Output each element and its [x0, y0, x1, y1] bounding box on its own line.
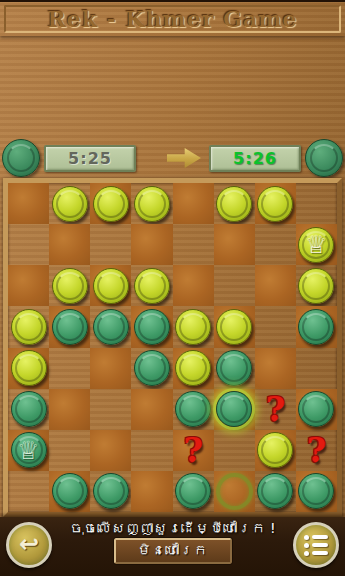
- square-r3c7[interactable]: [255, 265, 296, 306]
- square-r1c4[interactable]: [131, 183, 172, 224]
- square-r4c4[interactable]: [131, 306, 172, 347]
- square-r1c8[interactable]: [296, 183, 337, 224]
- piece-green-king[interactable]: ♕: [11, 432, 47, 468]
- piece-yellow[interactable]: [11, 309, 47, 345]
- square-r6c6[interactable]: [214, 389, 255, 430]
- piece-green[interactable]: [175, 473, 211, 509]
- square-r5c2[interactable]: [49, 348, 90, 389]
- square-r8c6[interactable]: [214, 471, 255, 512]
- piece-green[interactable]: [93, 473, 129, 509]
- wood-spacer: [0, 36, 345, 138]
- piece-yellow[interactable]: [216, 309, 252, 345]
- timer-bar: 5:25 5:26: [0, 138, 345, 178]
- square-r3c5[interactable]: [173, 265, 214, 306]
- right-player-chip: [305, 139, 343, 177]
- square-r7c6[interactable]: [214, 430, 255, 471]
- square-r1c5[interactable]: [173, 183, 214, 224]
- square-r5c5[interactable]: [173, 348, 214, 389]
- piece-yellow[interactable]: [216, 186, 252, 222]
- crown-icon: ♕: [12, 433, 46, 467]
- square-r2c1[interactable]: [8, 224, 49, 265]
- app-window: Rek - Khmer Game 5:25 5:26 ♕?♕?? ↩ ចុចលើ…: [0, 0, 345, 576]
- square-r7c1[interactable]: ♕: [8, 430, 49, 471]
- square-r1c1[interactable]: [8, 183, 49, 224]
- decline-rek-button[interactable]: មិនហៅរែក: [114, 538, 232, 564]
- piece-yellow-king[interactable]: ♕: [298, 227, 334, 263]
- right-timer: 5:26: [209, 145, 301, 172]
- square-r5c3[interactable]: [90, 348, 131, 389]
- piece-green[interactable]: [298, 391, 334, 427]
- square-r7c8[interactable]: ?: [296, 430, 337, 471]
- piece-green[interactable]: [52, 309, 88, 345]
- piece-yellow[interactable]: [298, 268, 334, 304]
- move-ring-marker: [216, 473, 253, 510]
- square-r1c6[interactable]: [214, 183, 255, 224]
- piece-green[interactable]: [298, 309, 334, 345]
- square-r2c7[interactable]: [255, 224, 296, 265]
- square-r8c5[interactable]: [173, 471, 214, 512]
- piece-green[interactable]: [216, 350, 252, 386]
- square-r5c4[interactable]: [131, 348, 172, 389]
- square-r7c4[interactable]: [131, 430, 172, 471]
- square-r8c3[interactable]: [90, 471, 131, 512]
- turn-arrow-icon: [167, 146, 201, 170]
- crown-icon: ♕: [299, 228, 333, 262]
- square-r2c6[interactable]: [214, 224, 255, 265]
- piece-green[interactable]: [52, 473, 88, 509]
- square-r5c6[interactable]: [214, 348, 255, 389]
- piece-green-selected[interactable]: [216, 391, 252, 427]
- hint-message: ចុចលើសញ្ញាសួរដើម្បីហៅរែក !: [69, 520, 275, 536]
- square-r7c3[interactable]: [90, 430, 131, 471]
- left-timer: 5:25: [44, 145, 136, 172]
- title-bar: Rek - Khmer Game: [0, 0, 345, 36]
- menu-button[interactable]: [293, 522, 339, 568]
- piece-yellow[interactable]: [52, 268, 88, 304]
- square-r4c1[interactable]: [8, 306, 49, 347]
- square-r4c3[interactable]: [90, 306, 131, 347]
- square-r3c2[interactable]: [49, 265, 90, 306]
- piece-yellow[interactable]: [257, 186, 293, 222]
- square-r6c1[interactable]: [8, 389, 49, 430]
- board: ♕?♕??: [8, 183, 337, 512]
- square-r1c7[interactable]: [255, 183, 296, 224]
- piece-green[interactable]: [11, 391, 47, 427]
- bottom-bar: ↩ ចុចលើសញ្ញាសួរដើម្បីហៅរែក ! មិនហៅរែក: [0, 517, 345, 576]
- square-r2c5[interactable]: [173, 224, 214, 265]
- square-r1c3[interactable]: [90, 183, 131, 224]
- piece-green[interactable]: [298, 473, 334, 509]
- square-r2c3[interactable]: [90, 224, 131, 265]
- piece-green[interactable]: [175, 391, 211, 427]
- square-r2c2[interactable]: [49, 224, 90, 265]
- undo-button[interactable]: ↩: [6, 522, 52, 568]
- square-r6c3[interactable]: [90, 389, 131, 430]
- square-r3c4[interactable]: [131, 265, 172, 306]
- square-r6c8[interactable]: [296, 389, 337, 430]
- square-r5c7[interactable]: [255, 348, 296, 389]
- square-r3c6[interactable]: [214, 265, 255, 306]
- piece-green[interactable]: [257, 473, 293, 509]
- piece-green[interactable]: [134, 350, 170, 386]
- square-r8c4[interactable]: [131, 471, 172, 512]
- piece-yellow[interactable]: [257, 432, 293, 468]
- square-r3c8[interactable]: [296, 265, 337, 306]
- piece-yellow[interactable]: [93, 186, 129, 222]
- square-r4c2[interactable]: [49, 306, 90, 347]
- square-r5c1[interactable]: [8, 348, 49, 389]
- piece-yellow[interactable]: [175, 309, 211, 345]
- question-marker[interactable]: ?: [266, 393, 285, 426]
- square-r7c7[interactable]: [255, 430, 296, 471]
- square-r3c3[interactable]: [90, 265, 131, 306]
- square-r2c8[interactable]: ♕: [296, 224, 337, 265]
- square-r4c6[interactable]: [214, 306, 255, 347]
- question-marker[interactable]: ?: [307, 434, 326, 467]
- square-r7c2[interactable]: [49, 430, 90, 471]
- square-r6c4[interactable]: [131, 389, 172, 430]
- square-r4c8[interactable]: [296, 306, 337, 347]
- square-r7c5[interactable]: ?: [173, 430, 214, 471]
- square-r6c7[interactable]: ?: [255, 389, 296, 430]
- left-player-chip: [2, 139, 40, 177]
- board-frame: ♕?♕??: [3, 178, 342, 517]
- piece-green[interactable]: [93, 309, 129, 345]
- piece-yellow[interactable]: [134, 186, 170, 222]
- square-r8c7[interactable]: [255, 471, 296, 512]
- menu-list-icon: [304, 535, 328, 556]
- square-r1c2[interactable]: [49, 183, 90, 224]
- piece-yellow[interactable]: [134, 268, 170, 304]
- piece-green[interactable]: [134, 309, 170, 345]
- question-marker[interactable]: ?: [183, 434, 202, 467]
- piece-yellow[interactable]: [175, 350, 211, 386]
- square-r2c4[interactable]: [131, 224, 172, 265]
- square-r5c8[interactable]: [296, 348, 337, 389]
- square-r8c8[interactable]: [296, 471, 337, 512]
- square-r3c1[interactable]: [8, 265, 49, 306]
- piece-yellow[interactable]: [93, 268, 129, 304]
- square-r8c1[interactable]: [8, 471, 49, 512]
- square-r6c5[interactable]: [173, 389, 214, 430]
- square-r4c7[interactable]: [255, 306, 296, 347]
- piece-yellow[interactable]: [52, 186, 88, 222]
- square-r8c2[interactable]: [49, 471, 90, 512]
- undo-icon: ↩: [19, 532, 39, 556]
- piece-yellow[interactable]: [11, 350, 47, 386]
- square-r6c2[interactable]: [49, 389, 90, 430]
- app-title: Rek - Khmer Game: [48, 6, 298, 32]
- square-r4c5[interactable]: [173, 306, 214, 347]
